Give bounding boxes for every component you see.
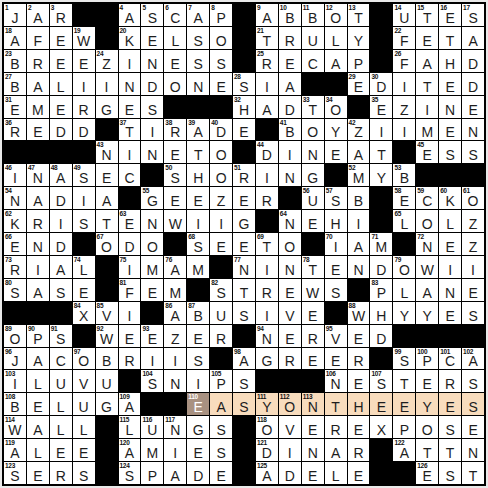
cell-r3c4[interactable]: E (73, 50, 95, 72)
cell-r16c16[interactable]: R (348, 348, 370, 370)
cell-r13c1[interactable]: 80S (4, 279, 26, 301)
cell-r4c2[interactable]: A (27, 73, 49, 95)
cell-r20c20[interactable]: T (439, 439, 461, 461)
cell-r11c13[interactable]: O (279, 233, 301, 255)
cell-r10c4[interactable]: S (73, 210, 95, 232)
cell-r13c8[interactable]: M (164, 279, 186, 301)
cell-r16c9[interactable]: S (187, 348, 209, 370)
cell-r5c21[interactable]: E (462, 96, 484, 118)
cell-r11c6[interactable]: D (119, 233, 141, 255)
cell-r16c12[interactable]: G (256, 348, 278, 370)
cell-r14c21[interactable]: S (462, 302, 484, 324)
cell-r15c10[interactable]: R (210, 325, 232, 347)
cell-r10c7[interactable]: N (141, 210, 163, 232)
cell-r10c15[interactable]: H (325, 210, 347, 232)
cell-r16c11[interactable]: 98A (233, 348, 255, 370)
cell-r12c17[interactable]: D (370, 256, 392, 278)
cell-r13c21[interactable]: E (462, 279, 484, 301)
cell-r3c19[interactable]: A (416, 50, 438, 72)
cell-r17c3[interactable]: U (50, 370, 72, 392)
cell-r15c8[interactable]: Z (164, 325, 186, 347)
cell-r7c7[interactable]: N (141, 141, 163, 163)
cell-r8c1[interactable]: 46I (4, 164, 26, 186)
cell-r20c1[interactable]: 119A (4, 439, 26, 461)
cell-r5c19[interactable]: I (416, 96, 438, 118)
cell-r20c14[interactable]: N (302, 439, 324, 461)
cell-r20c9[interactable]: E (187, 439, 209, 461)
cell-r9c3[interactable]: D (50, 187, 72, 209)
cell-r7c19[interactable]: 45E (416, 141, 438, 163)
cell-r7c6[interactable]: I (119, 141, 141, 163)
cell-r6c20[interactable]: E (439, 119, 461, 141)
cell-r17c20[interactable]: R (439, 370, 461, 392)
cell-r11c1[interactable]: 66E (4, 233, 26, 255)
cell-r12c9[interactable]: M (187, 256, 209, 278)
cell-r10c5[interactable]: T (96, 210, 118, 232)
cell-r20c2[interactable]: L (27, 439, 49, 461)
cell-r15c12[interactable]: 94N (256, 325, 278, 347)
cell-r20c3[interactable]: E (50, 439, 72, 461)
cell-r3c8[interactable]: E (164, 50, 186, 72)
cell-r17c5[interactable]: U (96, 370, 118, 392)
cell-r10c9[interactable]: I (187, 210, 209, 232)
cell-r12c11[interactable]: 77N (233, 256, 255, 278)
cell-r4c7[interactable]: D (141, 73, 163, 95)
cell-r10c19[interactable]: O (416, 210, 438, 232)
cell-r9c11[interactable]: E (233, 187, 255, 209)
cell-r14c19[interactable]: Y (416, 302, 438, 324)
cell-r5c14[interactable]: 33T (302, 96, 324, 118)
cell-r9c16[interactable]: B (348, 187, 370, 209)
cell-r14c11[interactable]: S (233, 302, 255, 324)
cell-r4c3[interactable]: L (50, 73, 72, 95)
cell-r5c2[interactable]: M (27, 96, 49, 118)
cell-r7c12[interactable]: 44D (256, 141, 278, 163)
cell-r13c11[interactable]: T (233, 279, 255, 301)
cell-r16c8[interactable]: I (164, 348, 186, 370)
cell-r16c14[interactable]: E (302, 348, 324, 370)
cell-r8c14[interactable]: G (302, 164, 324, 186)
cell-r18c9[interactable]: 110E (187, 393, 209, 415)
cell-r19c18[interactable]: P (393, 416, 415, 438)
cell-r7c13[interactable]: I (279, 141, 301, 163)
cell-r2c2[interactable]: F (27, 27, 49, 49)
cell-r8c2[interactable]: 47N (27, 164, 49, 186)
cell-r11c2[interactable]: N (27, 233, 49, 255)
cell-r15c3[interactable]: 91S (50, 325, 72, 347)
cell-r6c16[interactable]: 42Z (348, 119, 370, 141)
cell-r2c14[interactable]: U (302, 27, 324, 49)
cell-r10c14[interactable]: E (302, 210, 324, 232)
cell-r21c8[interactable]: A (164, 462, 186, 484)
cell-r21c15[interactable]: L (325, 462, 347, 484)
cell-r4c21[interactable]: D (462, 73, 484, 95)
cell-r3c6[interactable]: I (119, 50, 141, 72)
cell-r19c2[interactable]: A (27, 416, 49, 438)
cell-r16c18[interactable]: 99S (393, 348, 415, 370)
cell-r17c10[interactable]: 105P (210, 370, 232, 392)
cell-r4c4[interactable]: I (73, 73, 95, 95)
cell-r21c14[interactable]: E (302, 462, 324, 484)
cell-r4c17[interactable]: 30D (370, 73, 392, 95)
cell-r10c16[interactable]: I (348, 210, 370, 232)
cell-r20c13[interactable]: I (279, 439, 301, 461)
cell-r6c11[interactable]: E (233, 119, 255, 141)
cell-r11c11[interactable]: E (233, 233, 255, 255)
cell-r21c4[interactable]: S (73, 462, 95, 484)
cell-r7c17[interactable]: T (370, 141, 392, 163)
cell-r19c1[interactable]: 114W (4, 416, 26, 438)
cell-r12c1[interactable]: 73R (4, 256, 26, 278)
cell-r14c12[interactable]: I (256, 302, 278, 324)
crossword-grid[interactable]: 1J2A3R4A5S6C7A8P9A10B11B12O13T14U15T16E1… (4, 4, 484, 484)
cell-r15c13[interactable]: E (279, 325, 301, 347)
cell-r3c10[interactable]: S (210, 50, 232, 72)
cell-r21c20[interactable]: S (439, 462, 461, 484)
cell-r3c15[interactable]: A (325, 50, 347, 72)
cell-r19c20[interactable]: S (439, 416, 461, 438)
cell-r19c21[interactable]: E (462, 416, 484, 438)
cell-r10c2[interactable]: R (27, 210, 49, 232)
cell-r20c19[interactable]: T (416, 439, 438, 461)
cell-r2c10[interactable]: O (210, 27, 232, 49)
cell-r17c19[interactable]: E (416, 370, 438, 392)
cell-r18c18[interactable]: E (393, 393, 415, 415)
cell-r6c9[interactable]: 39A (187, 119, 209, 141)
cell-r1c15[interactable]: 12O (325, 4, 347, 26)
cell-r17c16[interactable]: E (348, 370, 370, 392)
cell-r5c5[interactable]: G (96, 96, 118, 118)
cell-r8c6[interactable]: C (119, 164, 141, 186)
cell-r1c20[interactable]: 16E (439, 4, 461, 26)
cell-r18c11[interactable]: S (233, 393, 255, 415)
cell-r13c13[interactable]: E (279, 279, 301, 301)
cell-r19c16[interactable]: E (348, 416, 370, 438)
cell-r13c18[interactable]: L (393, 279, 415, 301)
cell-r9c15[interactable]: 57S (325, 187, 347, 209)
cell-r1c18[interactable]: 14U (393, 4, 415, 26)
cell-r5c3[interactable]: E (50, 96, 72, 118)
cell-r17c18[interactable]: T (393, 370, 415, 392)
cell-r21c13[interactable]: D (279, 462, 301, 484)
cell-r21c2[interactable]: E (27, 462, 49, 484)
cell-r3c12[interactable]: 25R (256, 50, 278, 72)
cell-r1c8[interactable]: 6C (164, 4, 186, 26)
cell-r14c13[interactable]: V (279, 302, 301, 324)
cell-r9c10[interactable]: Z (210, 187, 232, 209)
cell-r21c6[interactable]: 124S (119, 462, 141, 484)
cell-r17c8[interactable]: N (164, 370, 186, 392)
cell-r5c17[interactable]: 35E (370, 96, 392, 118)
cell-r11c17[interactable]: 71M (370, 233, 392, 255)
cell-r7c9[interactable]: T (187, 141, 209, 163)
cell-r13c7[interactable]: E (141, 279, 163, 301)
cell-r9c7[interactable]: 55G (141, 187, 163, 209)
cell-r18c20[interactable]: E (439, 393, 461, 415)
cell-r6c17[interactable]: I (370, 119, 392, 141)
cell-r17c1[interactable]: 103I (4, 370, 26, 392)
cell-r13c2[interactable]: A (27, 279, 49, 301)
cell-r16c5[interactable]: B (96, 348, 118, 370)
cell-r14c16[interactable]: 88W (348, 302, 370, 324)
cell-r13c15[interactable]: S (325, 279, 347, 301)
cell-r13c10[interactable]: 82S (210, 279, 232, 301)
cell-r10c3[interactable]: I (50, 210, 72, 232)
cell-r18c16[interactable]: H (348, 393, 370, 415)
cell-r13c12[interactable]: R (256, 279, 278, 301)
cell-r12c13[interactable]: N (279, 256, 301, 278)
cell-r14c6[interactable]: I (119, 302, 141, 324)
cell-r6c13[interactable]: 41B (279, 119, 301, 141)
cell-r4c1[interactable]: 27B (4, 73, 26, 95)
cell-r18c14[interactable]: 113N (302, 393, 324, 415)
cell-r2c6[interactable]: 20K (119, 27, 141, 49)
cell-r8c16[interactable]: 52M (348, 164, 370, 186)
cell-r21c21[interactable]: T (462, 462, 484, 484)
cell-r12c12[interactable]: I (256, 256, 278, 278)
cell-r9c20[interactable]: 60K (439, 187, 461, 209)
cell-r19c6[interactable]: 115L (119, 416, 141, 438)
cell-r21c10[interactable]: E (210, 462, 232, 484)
cell-r9c9[interactable]: E (187, 187, 209, 209)
cell-r4c19[interactable]: T (416, 73, 438, 95)
cell-r16c15[interactable]: E (325, 348, 347, 370)
cell-r19c14[interactable]: E (302, 416, 324, 438)
cell-r15c14[interactable]: R (302, 325, 324, 347)
cell-r17c2[interactable]: L (27, 370, 49, 392)
cell-r14c10[interactable]: U (210, 302, 232, 324)
cell-r4c18[interactable]: I (393, 73, 415, 95)
cell-r17c4[interactable]: V (73, 370, 95, 392)
cell-r1c19[interactable]: 15T (416, 4, 438, 26)
cell-r16c20[interactable]: 101C (439, 348, 461, 370)
cell-r2c19[interactable]: E (416, 27, 438, 49)
cell-r12c7[interactable]: M (141, 256, 163, 278)
cell-r8c5[interactable]: E (96, 164, 118, 186)
cell-r9c4[interactable]: I (73, 187, 95, 209)
cell-r3c7[interactable]: N (141, 50, 163, 72)
cell-r15c1[interactable]: 89O (4, 325, 26, 347)
cell-r3c21[interactable]: D (462, 50, 484, 72)
cell-r1c10[interactable]: 8P (210, 4, 232, 26)
cell-r16c3[interactable]: C (50, 348, 72, 370)
cell-r2c9[interactable]: S (187, 27, 209, 49)
cell-r11c9[interactable]: 68S (187, 233, 209, 255)
cell-r14c4[interactable]: 84X (73, 302, 95, 324)
cell-r12c20[interactable]: I (439, 256, 461, 278)
cell-r4c9[interactable]: N (187, 73, 209, 95)
cell-r8c18[interactable]: 53B (393, 164, 415, 186)
cell-r15c2[interactable]: 90P (27, 325, 49, 347)
cell-r17c15[interactable]: 106N (325, 370, 347, 392)
cell-r6c21[interactable]: N (462, 119, 484, 141)
cell-r5c6[interactable]: E (119, 96, 141, 118)
cell-r9c19[interactable]: 59C (416, 187, 438, 209)
cell-r15c7[interactable]: 93E (141, 325, 163, 347)
cell-r5c12[interactable]: A (256, 96, 278, 118)
cell-r11c16[interactable]: A (348, 233, 370, 255)
cell-r12c14[interactable]: 78T (302, 256, 324, 278)
cell-r3c5[interactable]: 24Z (96, 50, 118, 72)
cell-r6c6[interactable]: 37T (119, 119, 141, 141)
cell-r2c16[interactable]: Y (348, 27, 370, 49)
cell-r10c20[interactable]: L (439, 210, 461, 232)
cell-r17c17[interactable]: 107S (370, 370, 392, 392)
cell-r4c10[interactable]: E (210, 73, 232, 95)
cell-r13c17[interactable]: 83P (370, 279, 392, 301)
cell-r20c8[interactable]: I (164, 439, 186, 461)
cell-r2c3[interactable]: E (50, 27, 72, 49)
cell-r20c10[interactable]: S (210, 439, 232, 461)
cell-r2c20[interactable]: T (439, 27, 461, 49)
cell-r18c4[interactable]: U (73, 393, 95, 415)
cell-r7c8[interactable]: E (164, 141, 186, 163)
cell-r18c3[interactable]: L (50, 393, 72, 415)
cell-r18c13[interactable]: 112O (279, 393, 301, 415)
cell-r8c8[interactable]: 50S (164, 164, 186, 186)
cell-r2c7[interactable]: E (141, 27, 163, 49)
cell-r18c21[interactable]: S (462, 393, 484, 415)
cell-r10c10[interactable]: I (210, 210, 232, 232)
cell-r7c20[interactable]: S (439, 141, 461, 163)
cell-r6c19[interactable]: M (416, 119, 438, 141)
cell-r16c19[interactable]: 100P (416, 348, 438, 370)
cell-r6c7[interactable]: I (141, 119, 163, 141)
cell-r1c7[interactable]: 5S (141, 4, 163, 26)
cell-r19c19[interactable]: O (416, 416, 438, 438)
cell-r15c16[interactable]: E (348, 325, 370, 347)
cell-r2c8[interactable]: L (164, 27, 186, 49)
cell-r6c1[interactable]: 36R (4, 119, 26, 141)
cell-r5c20[interactable]: N (439, 96, 461, 118)
cell-r12c3[interactable]: A (50, 256, 72, 278)
cell-r1c2[interactable]: 2A (27, 4, 49, 26)
cell-r3c1[interactable]: 23B (4, 50, 26, 72)
cell-r3c13[interactable]: E (279, 50, 301, 72)
cell-r16c2[interactable]: A (27, 348, 49, 370)
cell-r13c20[interactable]: N (439, 279, 461, 301)
cell-r1c16[interactable]: 13T (348, 4, 370, 26)
cell-r13c19[interactable]: A (416, 279, 438, 301)
cell-r19c17[interactable]: X (370, 416, 392, 438)
cell-r20c16[interactable]: R (348, 439, 370, 461)
cell-r17c21[interactable]: S (462, 370, 484, 392)
cell-r14c18[interactable]: Y (393, 302, 415, 324)
cell-r3c18[interactable]: 26F (393, 50, 415, 72)
cell-r1c9[interactable]: 7A (187, 4, 209, 26)
cell-r8c17[interactable]: Y (370, 164, 392, 186)
cell-r5c15[interactable]: 34O (325, 96, 347, 118)
cell-r21c12[interactable]: 125A (256, 462, 278, 484)
cell-r1c13[interactable]: 10B (279, 4, 301, 26)
cell-r1c1[interactable]: 1J (4, 4, 26, 26)
cell-r21c1[interactable]: 123S (4, 462, 26, 484)
cell-r11c20[interactable]: E (439, 233, 461, 255)
cell-r2c21[interactable]: A (462, 27, 484, 49)
cell-r18c1[interactable]: 108B (4, 393, 26, 415)
cell-r6c3[interactable]: D (50, 119, 72, 141)
cell-r9c12[interactable]: R (256, 187, 278, 209)
cell-r8c9[interactable]: H (187, 164, 209, 186)
cell-r12c15[interactable]: E (325, 256, 347, 278)
cell-r14c5[interactable]: 85V (96, 302, 118, 324)
cell-r6c2[interactable]: E (27, 119, 49, 141)
cell-r3c16[interactable]: P (348, 50, 370, 72)
cell-r2c4[interactable]: 19W (73, 27, 95, 49)
cell-r8c12[interactable]: I (256, 164, 278, 186)
cell-r1c6[interactable]: 4A (119, 4, 141, 26)
cell-r19c12[interactable]: 118O (256, 416, 278, 438)
cell-r16c21[interactable]: 102A (462, 348, 484, 370)
cell-r11c19[interactable]: 72N (416, 233, 438, 255)
cell-r17c9[interactable]: I (187, 370, 209, 392)
cell-r16c7[interactable]: I (141, 348, 163, 370)
cell-r2c15[interactable]: L (325, 27, 347, 49)
cell-r14c17[interactable]: H (370, 302, 392, 324)
cell-r1c14[interactable]: 11B (302, 4, 324, 26)
cell-r8c13[interactable]: N (279, 164, 301, 186)
cell-r14c9[interactable]: 87B (187, 302, 209, 324)
cell-r9c5[interactable]: A (96, 187, 118, 209)
cell-r17c11[interactable]: S (233, 370, 255, 392)
cell-r11c12[interactable]: 69T (256, 233, 278, 255)
cell-r19c15[interactable]: R (325, 416, 347, 438)
cell-r12c16[interactable]: N (348, 256, 370, 278)
cell-r15c5[interactable]: 92W (96, 325, 118, 347)
cell-r5c7[interactable]: S (141, 96, 163, 118)
cell-r10c6[interactable]: 63E (119, 210, 141, 232)
cell-r4c12[interactable]: I (256, 73, 278, 95)
cell-r3c9[interactable]: S (187, 50, 209, 72)
cell-r11c7[interactable]: O (141, 233, 163, 255)
cell-r17c7[interactable]: 104S (141, 370, 163, 392)
cell-r16c4[interactable]: 97O (73, 348, 95, 370)
cell-r2c18[interactable]: 22F (393, 27, 415, 49)
cell-r3c2[interactable]: R (27, 50, 49, 72)
cell-r12c21[interactable]: I (462, 256, 484, 278)
cell-r6c4[interactable]: D (73, 119, 95, 141)
cell-r6c8[interactable]: 38R (164, 119, 186, 141)
cell-r3c3[interactable]: E (50, 50, 72, 72)
cell-r5c4[interactable]: R (73, 96, 95, 118)
cell-r14c8[interactable]: 86A (164, 302, 186, 324)
cell-r20c12[interactable]: 121D (256, 439, 278, 461)
cell-r1c12[interactable]: 9A (256, 4, 278, 26)
cell-r6c18[interactable]: I (393, 119, 415, 141)
cell-r10c11[interactable]: G (233, 210, 255, 232)
cell-r20c7[interactable]: M (141, 439, 163, 461)
cell-r13c4[interactable]: E (73, 279, 95, 301)
cell-r19c3[interactable]: L (50, 416, 72, 438)
cell-r18c15[interactable]: T (325, 393, 347, 415)
cell-r19c9[interactable]: G (187, 416, 209, 438)
cell-r19c13[interactable]: V (279, 416, 301, 438)
cell-r10c13[interactable]: 64N (279, 210, 301, 232)
cell-r18c2[interactable]: E (27, 393, 49, 415)
cell-r13c14[interactable]: W (302, 279, 324, 301)
cell-r20c4[interactable]: E (73, 439, 95, 461)
cell-r12c6[interactable]: 75I (119, 256, 141, 278)
cell-r11c21[interactable]: Z (462, 233, 484, 255)
cell-r5c13[interactable]: D (279, 96, 301, 118)
cell-r18c10[interactable]: A (210, 393, 232, 415)
cell-r21c19[interactable]: 126E (416, 462, 438, 484)
cell-r12c4[interactable]: 74L (73, 256, 95, 278)
cell-r12c18[interactable]: 79O (393, 256, 415, 278)
cell-r10c1[interactable]: 62K (4, 210, 26, 232)
cell-r18c19[interactable]: Y (416, 393, 438, 415)
cell-r12c2[interactable]: I (27, 256, 49, 278)
